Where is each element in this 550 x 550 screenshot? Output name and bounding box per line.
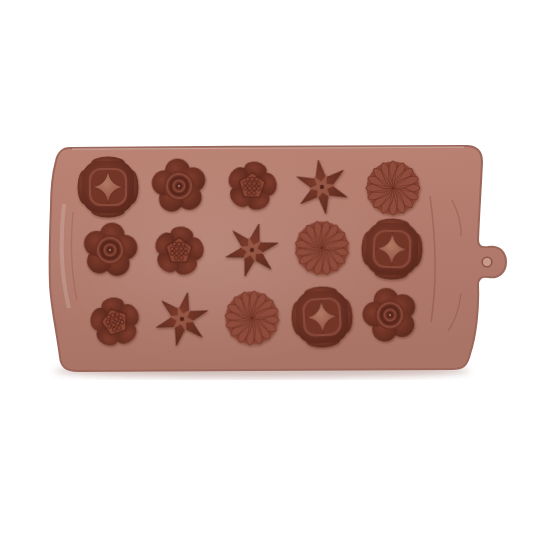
cavity-grid [78, 156, 424, 352]
chocolate-mold-photo [0, 0, 550, 550]
product-photo [0, 0, 550, 550]
hang-hole [483, 258, 491, 266]
cavity-daisy [366, 161, 420, 215]
